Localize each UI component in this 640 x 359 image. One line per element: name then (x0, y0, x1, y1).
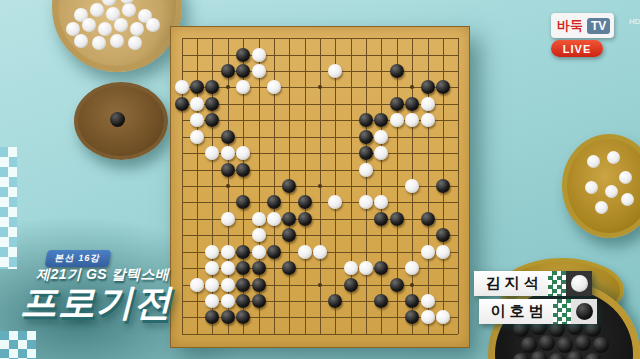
white-stone (313, 245, 327, 259)
white-stone (221, 261, 235, 275)
black-stone (298, 212, 312, 226)
white-stone (190, 113, 204, 127)
white-bowl-stone (595, 201, 608, 214)
black-stone (236, 48, 250, 62)
white-stone (175, 80, 189, 94)
black-stone (236, 278, 250, 292)
white-stone (252, 245, 266, 259)
black-stone (236, 163, 250, 177)
white-bowl-stone (114, 18, 128, 32)
black-stone (405, 310, 419, 324)
white-bowl-stone (74, 34, 88, 48)
black-bowl-stone (539, 335, 555, 351)
white-bowl-stone (102, 0, 116, 6)
plate-checker-deco (553, 299, 571, 324)
white-stone (436, 245, 450, 259)
black-stone (282, 212, 296, 226)
white-stone (421, 113, 435, 127)
player-name-white: 김지석 (474, 274, 548, 293)
black-stone (421, 80, 435, 94)
star-point (410, 85, 414, 89)
black-stone (236, 294, 250, 308)
star-point (318, 85, 322, 89)
channel-logo-tv: TV (587, 18, 610, 34)
black-stone (282, 261, 296, 275)
white-stone (421, 310, 435, 324)
black-stone (236, 261, 250, 275)
black-stone (282, 228, 296, 242)
white-stone (421, 294, 435, 308)
black-stone (221, 130, 235, 144)
white-stone (390, 113, 404, 127)
white-bowl-stone (122, 3, 136, 17)
white-stone (221, 146, 235, 160)
white-stone (405, 113, 419, 127)
star-point (410, 283, 414, 287)
table-checker-strip-bottom (0, 331, 36, 359)
white-bowl-stone (605, 185, 618, 198)
black-stone (267, 245, 281, 259)
white-bowl-stone (90, 3, 104, 17)
white-stone (344, 261, 358, 275)
table-checker-strip-left (0, 147, 17, 269)
white-bowl-stone (82, 18, 96, 32)
black-stone (405, 97, 419, 111)
white-bowl-stone (607, 151, 620, 164)
black-stone (374, 261, 388, 275)
black-stone (205, 80, 219, 94)
black-stone (374, 113, 388, 127)
black-stone (374, 212, 388, 226)
black-stone (390, 64, 404, 78)
black-stone (359, 130, 373, 144)
black-stone (344, 278, 358, 292)
player-name-black: 이호범 (479, 302, 553, 321)
black-stone (374, 294, 388, 308)
white-bowl-stone (130, 22, 144, 36)
black-stone (267, 195, 281, 209)
white-stone (298, 245, 312, 259)
white-stone (267, 212, 281, 226)
white-stone (205, 278, 219, 292)
player-plate-white: 김지석 (474, 271, 592, 296)
star-point (226, 85, 230, 89)
black-bowl-stone (531, 351, 547, 359)
white-stone (190, 97, 204, 111)
star-point (318, 184, 322, 188)
go-board-grid (174, 30, 466, 342)
black-stone (390, 212, 404, 226)
black-bowl-stone (593, 337, 609, 353)
plate-checker-deco (548, 271, 566, 296)
star-point (318, 283, 322, 287)
white-bowl-stone (585, 181, 598, 194)
black-stone (205, 97, 219, 111)
black-stone (221, 64, 235, 78)
white-stone (436, 310, 450, 324)
hd-label: HD (629, 17, 640, 26)
white-stone (359, 163, 373, 177)
black-bowl-stone (110, 112, 125, 127)
black-stone (390, 97, 404, 111)
black-bowl-stone (585, 353, 601, 359)
white-stone (190, 130, 204, 144)
white-bowl-stone (146, 18, 160, 32)
white-bowl-stone (621, 193, 634, 206)
white-stone (252, 228, 266, 242)
white-stone (190, 278, 204, 292)
black-stone (405, 294, 419, 308)
black-stone (436, 80, 450, 94)
black-stone (205, 113, 219, 127)
black-stone (252, 261, 266, 275)
black-stone (436, 228, 450, 242)
white-stone (374, 130, 388, 144)
white-stone-icon (566, 271, 592, 296)
broadcast-frame: 김지석 이호범 바둑 TV HD LIVE 본선 16강 제21기 GS 칼텍스… (0, 0, 640, 359)
white-stone-bowl (52, 0, 182, 72)
black-stone (236, 310, 250, 324)
white-stone (205, 245, 219, 259)
white-bowl-stone (110, 34, 124, 48)
go-board (170, 26, 470, 348)
white-stone (374, 195, 388, 209)
star-point (226, 184, 230, 188)
black-stone (190, 80, 204, 94)
white-stone (205, 294, 219, 308)
channel-logo: 바둑 TV (551, 13, 614, 38)
white-stone (205, 261, 219, 275)
white-stone (221, 245, 235, 259)
black-stone (221, 310, 235, 324)
black-stone-icon (571, 299, 597, 324)
bowl-lid-with-captured-stone (74, 82, 168, 160)
white-stone (252, 48, 266, 62)
black-stone (252, 278, 266, 292)
white-stone (236, 80, 250, 94)
white-stone (236, 146, 250, 160)
white-stone (421, 97, 435, 111)
white-bowl-stone (98, 22, 112, 36)
white-stone (205, 146, 219, 160)
white-stone (328, 195, 342, 209)
white-stone (221, 294, 235, 308)
black-stone (282, 179, 296, 193)
black-stone (298, 195, 312, 209)
live-badge: LIVE (551, 40, 603, 57)
black-stone (359, 146, 373, 160)
white-stone (374, 146, 388, 160)
black-stone (390, 278, 404, 292)
white-stone (421, 245, 435, 259)
white-stone (405, 179, 419, 193)
white-stone (359, 261, 373, 275)
stage-badge: 본선 16강 (45, 250, 112, 267)
black-bowl-stone (567, 351, 583, 359)
black-bowl-stone (575, 335, 591, 351)
white-stone (221, 278, 235, 292)
black-stone (359, 113, 373, 127)
white-stone (221, 212, 235, 226)
white-stone (252, 212, 266, 226)
white-bowl-stone (128, 36, 142, 50)
white-stone (359, 195, 373, 209)
black-stone (421, 212, 435, 226)
black-stone (205, 310, 219, 324)
black-stone (436, 179, 450, 193)
black-bowl-stone (557, 337, 573, 353)
black-stone (175, 97, 189, 111)
black-stone (328, 294, 342, 308)
black-bowl-stone (513, 353, 529, 359)
white-stone (252, 64, 266, 78)
bowl-lid-with-white-stones (562, 134, 640, 238)
white-stone (405, 261, 419, 275)
event-name: 프로기전 (20, 278, 172, 328)
black-stone (236, 64, 250, 78)
white-stone (328, 64, 342, 78)
white-bowl-stone (587, 155, 600, 168)
player-plate-black: 이호범 (479, 299, 597, 324)
white-stone (267, 80, 281, 94)
black-bowl-stone (549, 353, 565, 359)
black-stone (252, 294, 266, 308)
black-bowl-stone (521, 337, 537, 353)
black-stone (236, 195, 250, 209)
channel-logo-badook: 바둑 (557, 17, 583, 35)
black-stone (236, 245, 250, 259)
black-stone (221, 163, 235, 177)
white-bowl-stone (92, 36, 106, 50)
white-bowl-stone (619, 171, 632, 184)
